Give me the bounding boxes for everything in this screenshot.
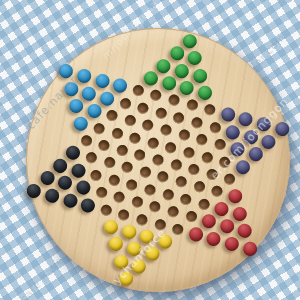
- chinese-checkers-board: [26, 28, 290, 292]
- board-photo: cafe.naver er.com/joonggon ychanforce er…: [0, 0, 300, 300]
